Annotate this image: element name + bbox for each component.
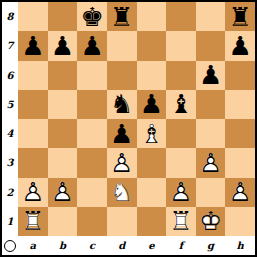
file-label-b: b [48,236,78,255]
file-label-e: e [137,236,167,255]
square-h2[interactable]: ♟♙ [225,178,255,207]
square-h1[interactable] [225,207,255,236]
square-d8[interactable]: ♜ [107,2,137,31]
piece-outline: ♔ [196,207,226,236]
square-b3[interactable] [48,148,78,177]
rank-label-4: 4 [2,119,18,148]
black-rook-d8[interactable]: ♜ [107,2,137,31]
white-knight-d2[interactable]: ♞♘ [107,178,137,207]
black-bishop-f5[interactable]: ♝ [166,90,196,119]
rank-label-5: 5 [2,90,18,119]
square-a4[interactable] [18,119,48,148]
square-e2[interactable] [137,178,167,207]
white-king-g1[interactable]: ♚♔ [196,207,226,236]
piece-outline: ♙ [18,178,48,207]
square-g5[interactable] [196,90,226,119]
square-c3[interactable] [77,148,107,177]
square-g8[interactable] [196,2,226,31]
square-c8[interactable]: ♚ [77,2,107,31]
white-rook-a1[interactable]: ♜♖ [18,207,48,236]
square-e3[interactable] [137,148,167,177]
square-b5[interactable] [48,90,78,119]
square-g3[interactable]: ♟♙ [196,148,226,177]
square-c4[interactable] [77,119,107,148]
white-pawn-a2[interactable]: ♟♙ [18,178,48,207]
piece-outline: ♙ [48,178,78,207]
rank-label-1: 1 [2,207,18,236]
file-label-d: d [107,236,137,255]
black-knight-d5[interactable]: ♞ [107,90,137,119]
square-h6[interactable] [225,61,255,90]
black-pawn-a7[interactable]: ♟ [18,31,48,60]
white-pawn-b2[interactable]: ♟♙ [48,178,78,207]
black-rook-h8[interactable]: ♜ [225,2,255,31]
rank-label-6: 6 [2,61,18,90]
square-a6[interactable] [18,61,48,90]
square-f8[interactable] [166,2,196,31]
square-h8[interactable]: ♜ [225,2,255,31]
square-c2[interactable] [77,178,107,207]
black-pawn-g6[interactable]: ♟ [196,61,226,90]
piece-outline: ♙ [107,148,137,177]
square-g1[interactable]: ♚♔ [196,207,226,236]
white-pawn-h2[interactable]: ♟♙ [225,178,255,207]
square-a8[interactable] [18,2,48,31]
square-d5[interactable]: ♞ [107,90,137,119]
square-f3[interactable] [166,148,196,177]
square-b1[interactable] [48,207,78,236]
square-c1[interactable] [77,207,107,236]
square-f5[interactable]: ♝ [166,90,196,119]
square-f4[interactable] [166,119,196,148]
square-h7[interactable]: ♟ [225,31,255,60]
square-h3[interactable] [225,148,255,177]
black-pawn-c7[interactable]: ♟ [77,31,107,60]
square-g6[interactable]: ♟ [196,61,226,90]
square-c7[interactable]: ♟ [77,31,107,60]
square-f7[interactable] [166,31,196,60]
rank-label-8: 8 [2,2,18,31]
square-a3[interactable] [18,148,48,177]
square-d4[interactable]: ♟ [107,119,137,148]
rank-label-7: 7 [2,31,18,60]
square-e5[interactable]: ♟ [137,90,167,119]
black-pawn-e5[interactable]: ♟ [137,90,167,119]
square-g4[interactable] [196,119,226,148]
piece-outline: ♖ [166,207,196,236]
rank-label-2: 2 [2,178,18,207]
square-b8[interactable] [48,2,78,31]
white-to-move-indicator [4,240,16,252]
file-label-h: h [225,236,255,255]
white-pawn-d3[interactable]: ♟♙ [107,148,137,177]
square-h4[interactable] [225,119,255,148]
square-h5[interactable] [225,90,255,119]
black-pawn-d4[interactable]: ♟ [107,119,137,148]
square-g2[interactable] [196,178,226,207]
square-f1[interactable]: ♜♖ [166,207,196,236]
square-b7[interactable]: ♟ [48,31,78,60]
black-pawn-h7[interactable]: ♟ [225,31,255,60]
square-d1[interactable] [107,207,137,236]
chess-diagram: 87654321 ♚♜♜♟♟♟♟♟♞♟♝♟♝♗♟♙♟♙♟♙♟♙♞♘♟♙♟♙♜♖♜… [0,0,257,257]
white-rook-f1[interactable]: ♜♖ [166,207,196,236]
square-c6[interactable] [77,61,107,90]
square-d3[interactable]: ♟♙ [107,148,137,177]
square-e8[interactable] [137,2,167,31]
square-d6[interactable] [107,61,137,90]
square-e1[interactable] [137,207,167,236]
square-a5[interactable] [18,90,48,119]
file-label-a: a [18,236,48,255]
square-e4[interactable]: ♝♗ [137,119,167,148]
file-labels: abcdefgh [18,236,255,255]
square-g7[interactable] [196,31,226,60]
square-a1[interactable]: ♜♖ [18,207,48,236]
square-d7[interactable] [107,31,137,60]
square-e6[interactable] [137,61,167,90]
square-e7[interactable] [137,31,167,60]
square-d2[interactable]: ♞♘ [107,178,137,207]
square-b4[interactable] [48,119,78,148]
piece-outline: ♙ [225,178,255,207]
file-label-f: f [166,236,196,255]
piece-outline: ♘ [107,178,137,207]
white-pawn-f2[interactable]: ♟♙ [166,178,196,207]
black-king-c8[interactable]: ♚ [77,2,107,31]
square-f6[interactable] [166,61,196,90]
file-label-g: g [196,236,226,255]
white-pawn-g3[interactable]: ♟♙ [196,148,226,177]
white-bishop-e4[interactable]: ♝♗ [137,119,167,148]
rank-label-3: 3 [2,148,18,177]
square-b2[interactable]: ♟♙ [48,178,78,207]
piece-outline: ♙ [196,148,226,177]
black-pawn-b7[interactable]: ♟ [48,31,78,60]
piece-outline: ♗ [137,119,167,148]
square-c5[interactable] [77,90,107,119]
rank-labels: 87654321 [2,2,18,236]
square-b6[interactable] [48,61,78,90]
piece-outline: ♖ [18,207,48,236]
square-a7[interactable]: ♟ [18,31,48,60]
file-label-c: c [77,236,107,255]
board: ♚♜♜♟♟♟♟♟♞♟♝♟♝♗♟♙♟♙♟♙♟♙♞♘♟♙♟♙♜♖♜♖♚♔ [18,2,255,236]
square-a2[interactable]: ♟♙ [18,178,48,207]
piece-outline: ♙ [166,178,196,207]
square-f2[interactable]: ♟♙ [166,178,196,207]
